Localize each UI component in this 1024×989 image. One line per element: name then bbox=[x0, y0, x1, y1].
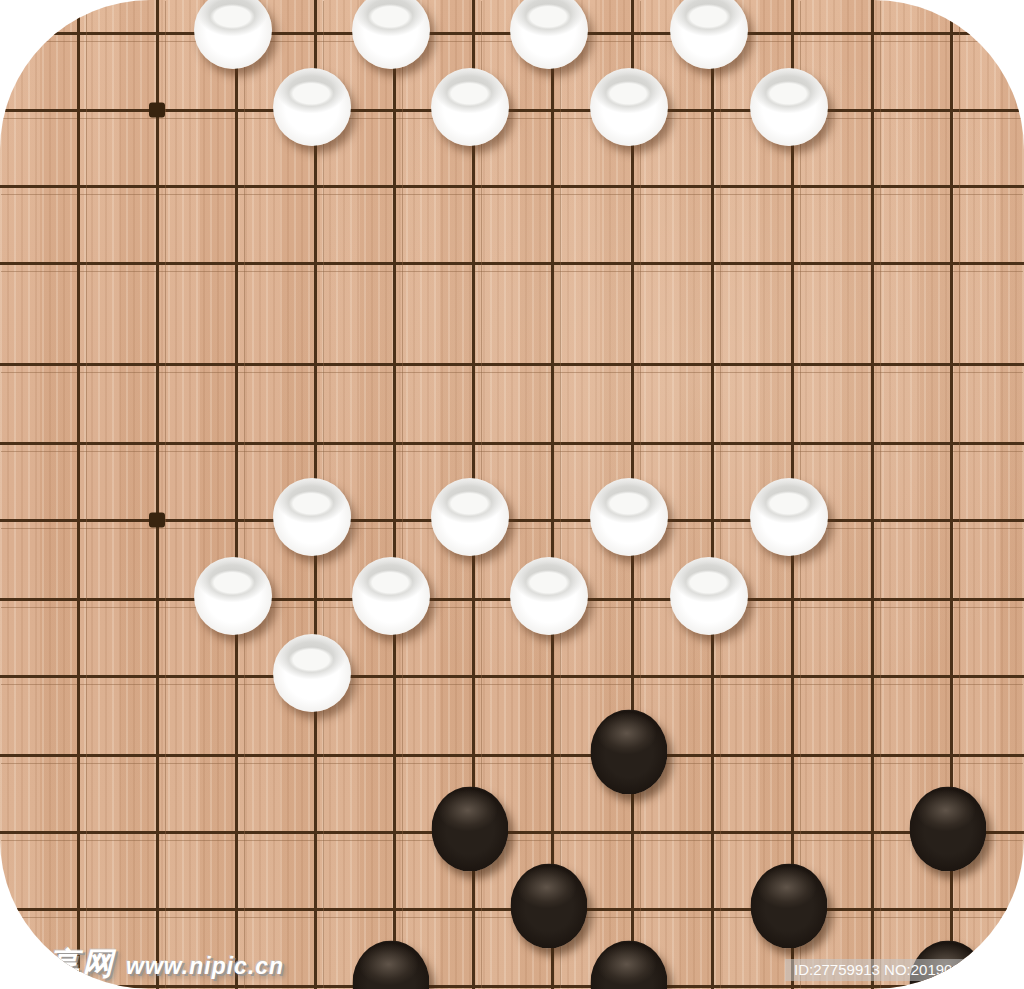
white-stone bbox=[750, 68, 828, 146]
white-stone bbox=[510, 0, 588, 69]
white-stone bbox=[510, 557, 588, 635]
black-stone bbox=[591, 710, 668, 795]
white-stone bbox=[670, 0, 748, 69]
star-point bbox=[149, 103, 165, 118]
black-stone bbox=[353, 941, 430, 989]
site-name-text: 昵享网 bbox=[14, 943, 116, 985]
grid-line-vertical bbox=[235, 0, 238, 989]
black-stone bbox=[591, 941, 668, 989]
black-stone bbox=[910, 787, 987, 872]
white-stone bbox=[194, 0, 272, 69]
black-stone bbox=[511, 864, 588, 949]
grid-line-vertical bbox=[711, 0, 714, 989]
grid-line-vertical bbox=[871, 0, 874, 989]
star-point bbox=[149, 513, 165, 528]
grid-line-vertical bbox=[393, 0, 396, 989]
white-stone bbox=[273, 68, 351, 146]
grid-line-vertical bbox=[551, 0, 554, 989]
white-stone bbox=[273, 634, 351, 712]
go-board: 昵享网 www.nipic.cn ID:27759913 NO:20190323… bbox=[0, 0, 1024, 989]
site-url-text: www.nipic.cn bbox=[126, 953, 284, 980]
white-stone bbox=[590, 68, 668, 146]
white-stone bbox=[670, 557, 748, 635]
stock-image-canvas: 昵享网 www.nipic.cn ID:27759913 NO:20190323… bbox=[0, 0, 1024, 989]
white-stone bbox=[352, 0, 430, 69]
image-id-badge: ID:27759913 NO:20190323091401435088 bbox=[785, 959, 1024, 981]
white-stone bbox=[431, 478, 509, 556]
grid-line-vertical bbox=[77, 0, 80, 989]
black-stone bbox=[432, 787, 509, 872]
white-stone bbox=[750, 478, 828, 556]
white-stone bbox=[273, 478, 351, 556]
site-watermark: 昵享网 www.nipic.cn bbox=[14, 943, 284, 985]
grid-line-vertical bbox=[156, 0, 159, 989]
white-stone bbox=[431, 68, 509, 146]
white-stone bbox=[352, 557, 430, 635]
white-stone bbox=[194, 557, 272, 635]
white-stone bbox=[590, 478, 668, 556]
black-stone bbox=[751, 864, 828, 949]
